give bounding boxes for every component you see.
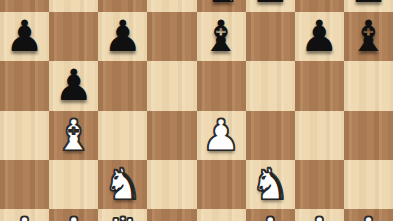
black-pawn-b5-piece[interactable]: ♟: [49, 61, 98, 110]
square-c5[interactable]: [98, 61, 147, 110]
square-d7[interactable]: [147, 0, 196, 12]
square-d2[interactable]: [147, 209, 196, 221]
square-e2[interactable]: [197, 209, 246, 221]
square-b5[interactable]: ♟: [49, 61, 98, 110]
square-c4[interactable]: [98, 111, 147, 160]
square-d3[interactable]: [147, 160, 196, 209]
square-f3[interactable]: ♞: [246, 160, 295, 209]
square-d4[interactable]: [147, 111, 196, 160]
white-pawn-a2-piece[interactable]: ♟: [0, 209, 49, 221]
square-g4[interactable]: [295, 111, 344, 160]
black-pawn-g6-piece[interactable]: ♟: [295, 12, 344, 61]
square-f7[interactable]: ♟: [246, 0, 295, 12]
square-f5[interactable]: [246, 61, 295, 110]
square-e5[interactable]: [197, 61, 246, 110]
white-pawn-g2-piece[interactable]: ♟: [295, 209, 344, 221]
white-queen-c2-piece[interactable]: ♛: [98, 209, 147, 221]
white-pawn-f2-piece[interactable]: ♟: [246, 209, 295, 221]
black-pawn-a6-piece[interactable]: ♟: [0, 12, 49, 61]
square-f6[interactable]: [246, 12, 295, 61]
square-a6[interactable]: ♟: [0, 12, 49, 61]
square-a4[interactable]: [0, 111, 49, 160]
square-f2[interactable]: ♟: [246, 209, 295, 221]
square-e3[interactable]: [197, 160, 246, 209]
square-d6[interactable]: [147, 12, 196, 61]
black-bishop-h6-piece[interactable]: ♝: [344, 12, 393, 61]
chess-board: ♞♟♟♟♟♝♟♝♟♝♟♞♞♟♟♛♟♟♟: [0, 0, 393, 221]
white-pawn-h2-piece[interactable]: ♟: [344, 209, 393, 221]
black-bishop-e6-piece[interactable]: ♝: [197, 12, 246, 61]
black-pawn-f7-piece[interactable]: ♟: [246, 0, 295, 12]
square-g2[interactable]: ♟: [295, 209, 344, 221]
square-a5[interactable]: [0, 61, 49, 110]
white-knight-c3-piece[interactable]: ♞: [98, 160, 147, 209]
square-c6[interactable]: ♟: [98, 12, 147, 61]
square-c3[interactable]: ♞: [98, 160, 147, 209]
square-h6[interactable]: ♝: [344, 12, 393, 61]
square-h5[interactable]: [344, 61, 393, 110]
square-h3[interactable]: [344, 160, 393, 209]
square-f4[interactable]: [246, 111, 295, 160]
square-g3[interactable]: [295, 160, 344, 209]
white-bishop-b4-piece[interactable]: ♝: [49, 111, 98, 160]
square-b4[interactable]: ♝: [49, 111, 98, 160]
square-a2[interactable]: ♟: [0, 209, 49, 221]
white-pawn-b2-piece[interactable]: ♟: [49, 209, 98, 221]
square-h2[interactable]: ♟: [344, 209, 393, 221]
square-g5[interactable]: [295, 61, 344, 110]
chess-board-viewport: ♞♟♟♟♟♝♟♝♟♝♟♞♞♟♟♛♟♟♟: [0, 0, 393, 221]
white-knight-f3-piece[interactable]: ♞: [246, 160, 295, 209]
square-g6[interactable]: ♟: [295, 12, 344, 61]
square-e6[interactable]: ♝: [197, 12, 246, 61]
square-b2[interactable]: ♟: [49, 209, 98, 221]
black-pawn-c6-piece[interactable]: ♟: [98, 12, 147, 61]
square-b7[interactable]: [49, 0, 98, 12]
square-e4[interactable]: ♟: [197, 111, 246, 160]
square-b3[interactable]: [49, 160, 98, 209]
square-d5[interactable]: [147, 61, 196, 110]
square-h4[interactable]: [344, 111, 393, 160]
square-b6[interactable]: [49, 12, 98, 61]
white-pawn-e4-piece[interactable]: ♟: [197, 111, 246, 160]
square-c2[interactable]: ♛: [98, 209, 147, 221]
square-a3[interactable]: [0, 160, 49, 209]
